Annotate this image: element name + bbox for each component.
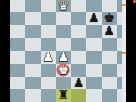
- square-a6[interactable]: [10, 25, 25, 38]
- square-e4[interactable]: [71, 51, 86, 64]
- square-c6[interactable]: [41, 25, 56, 38]
- square-b3[interactable]: [25, 64, 40, 77]
- square-f4[interactable]: [86, 51, 101, 64]
- square-f5[interactable]: [86, 38, 101, 51]
- scrollbar-mark-1: [122, 52, 126, 54]
- square-f2[interactable]: [86, 77, 101, 90]
- black-pawn-icon[interactable]: ♟: [71, 77, 86, 90]
- square-b2[interactable]: [25, 77, 40, 90]
- square-d8[interactable]: ♛: [56, 0, 71, 12]
- square-a7[interactable]: [10, 12, 25, 25]
- square-f6[interactable]: [86, 25, 101, 38]
- board-clip-region: ♛♟♚♟♟♟♚♟♜: [10, 0, 122, 102]
- square-d6[interactable]: [56, 25, 71, 38]
- square-e1[interactable]: [71, 89, 86, 102]
- square-c8[interactable]: [41, 0, 56, 12]
- square-b5[interactable]: [25, 38, 40, 51]
- square-a1[interactable]: [10, 89, 25, 102]
- square-c2[interactable]: [41, 77, 56, 90]
- square-c1[interactable]: [41, 89, 56, 102]
- square-g1[interactable]: [102, 89, 117, 102]
- square-c3[interactable]: [41, 64, 56, 77]
- square-e8[interactable]: [71, 0, 86, 12]
- square-b7[interactable]: [25, 12, 40, 25]
- square-e2[interactable]: ♟: [71, 77, 86, 90]
- square-a3[interactable]: [10, 64, 25, 77]
- square-e7[interactable]: [71, 12, 86, 25]
- square-a5[interactable]: [10, 38, 25, 51]
- square-g2[interactable]: [102, 77, 117, 90]
- scrollbar-mark-0: [122, 4, 126, 6]
- chess-board[interactable]: ♛♟♚♟♟♟♚♟♜: [10, 0, 122, 102]
- square-c7[interactable]: [41, 12, 56, 25]
- white-queen-icon[interactable]: ♛: [56, 0, 71, 12]
- square-b8[interactable]: [25, 0, 40, 12]
- square-e6[interactable]: [71, 25, 86, 38]
- square-b1[interactable]: [25, 89, 40, 102]
- screenshot-stage: ♛♟♚♟♟♟♚♟♜: [0, 0, 136, 102]
- square-a2[interactable]: [10, 77, 25, 90]
- square-g4[interactable]: [102, 51, 117, 64]
- black-pawn-icon[interactable]: ♟: [86, 12, 101, 25]
- page-scrollbar-strip[interactable]: [122, 0, 126, 102]
- square-b4[interactable]: [25, 51, 40, 64]
- square-f3[interactable]: [86, 64, 101, 77]
- black-pawn-icon[interactable]: ♟: [102, 25, 117, 38]
- square-d1[interactable]: ♜: [56, 89, 71, 102]
- square-f7[interactable]: ♟: [86, 12, 101, 25]
- square-f1[interactable]: [86, 89, 101, 102]
- square-d7[interactable]: [56, 12, 71, 25]
- square-g6[interactable]: ♟: [102, 25, 117, 38]
- square-g5[interactable]: [102, 38, 117, 51]
- square-a8[interactable]: [10, 0, 25, 12]
- square-b6[interactable]: [25, 25, 40, 38]
- black-rook-icon[interactable]: ♜: [56, 89, 71, 102]
- corner-marker-dot: [133, 0, 136, 3]
- square-d3[interactable]: ♚: [56, 64, 71, 77]
- square-e5[interactable]: [71, 38, 86, 51]
- white-king-icon[interactable]: ♚: [56, 64, 71, 77]
- square-g3[interactable]: [102, 64, 117, 77]
- square-a4[interactable]: [10, 51, 25, 64]
- square-c4[interactable]: ♟: [41, 51, 56, 64]
- white-pawn-icon[interactable]: ♟: [41, 51, 56, 64]
